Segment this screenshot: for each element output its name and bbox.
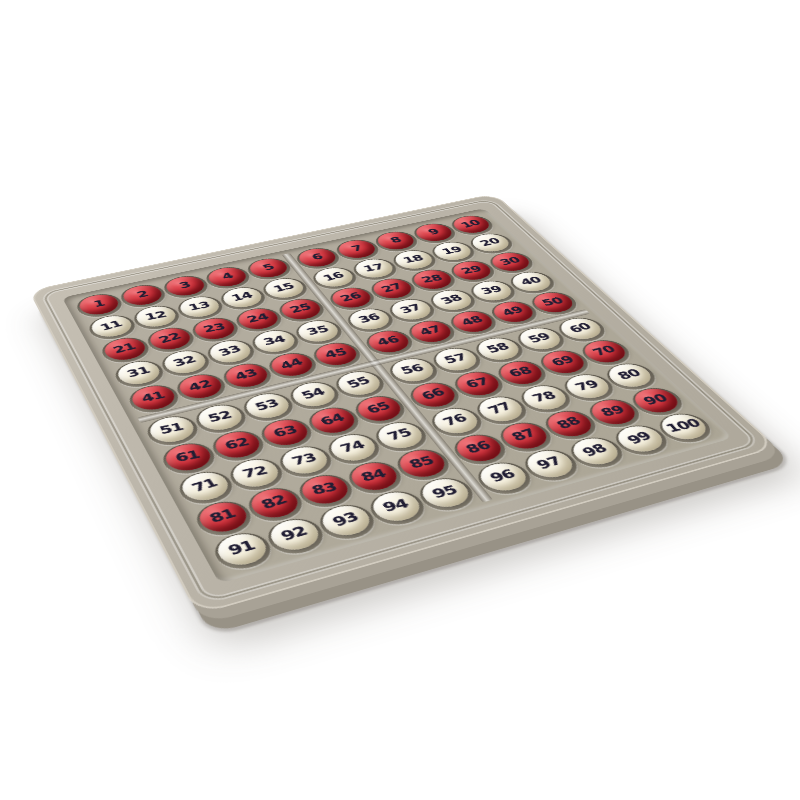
- ball-number: 35: [305, 324, 330, 336]
- ball-number: 48: [459, 315, 485, 327]
- ball-number: 45: [323, 347, 349, 359]
- ball-number: 71: [190, 477, 220, 494]
- ball-number: 43: [233, 368, 260, 382]
- ball-number: 57: [442, 352, 469, 365]
- ball-number: 92: [278, 524, 309, 542]
- ball-number: 6: [310, 252, 324, 261]
- bingo-board-tray: 1234567891011121314151617181920212223242…: [29, 193, 778, 615]
- ball-number: 53: [253, 398, 281, 412]
- ball-number: 12: [143, 310, 167, 322]
- ball-number: 62: [223, 436, 251, 451]
- ball-number: 83: [310, 480, 339, 496]
- ball-number: 34: [261, 334, 286, 346]
- ball-number: 94: [381, 497, 411, 513]
- ball-number: 85: [407, 454, 436, 470]
- ball-number: 22: [157, 331, 183, 344]
- ball-number: 3: [177, 280, 192, 289]
- ball-number: 7: [349, 244, 363, 253]
- ball-number: 29: [459, 264, 483, 275]
- ball-number: 1: [92, 299, 105, 309]
- ball-number: 4: [219, 272, 234, 281]
- ball-number: 87: [509, 427, 538, 443]
- ball-number: 39: [479, 285, 504, 296]
- ball-number: 84: [359, 467, 388, 483]
- ball-number: 70: [590, 344, 617, 357]
- ball-number: 28: [420, 273, 444, 284]
- ball-number: 78: [530, 390, 558, 404]
- ball-number: 50: [540, 296, 565, 307]
- ball-number: 33: [216, 344, 243, 357]
- ball-number: 67: [463, 376, 490, 389]
- ball-number: 20: [478, 237, 502, 247]
- ball-number: 56: [399, 363, 425, 376]
- ball-number: 16: [321, 271, 346, 283]
- ball-number: 37: [398, 303, 424, 315]
- ball-number: 55: [345, 375, 373, 389]
- ball-number: 98: [579, 442, 609, 458]
- ball-number: 58: [484, 342, 511, 355]
- ball-number: 63: [271, 424, 299, 439]
- ball-number: 40: [518, 275, 543, 286]
- ball-number: 41: [139, 390, 166, 404]
- ball-number: 64: [318, 412, 346, 427]
- ball-number: 69: [549, 354, 576, 367]
- ball-number: 52: [206, 409, 233, 424]
- ball-number: 30: [498, 256, 522, 267]
- ball-number: 13: [187, 300, 211, 312]
- ball-number: 65: [364, 400, 392, 415]
- ball-number: 75: [385, 427, 414, 442]
- ball-number: 80: [615, 368, 643, 382]
- ball-number: 18: [401, 254, 425, 264]
- ball-number: 47: [417, 324, 443, 336]
- ball-number: 74: [338, 439, 367, 454]
- ball-number: 86: [463, 439, 492, 455]
- ball-number: 51: [158, 421, 185, 436]
- ball-number: 99: [624, 430, 654, 446]
- ball-number: 77: [485, 401, 514, 416]
- ball-number: 79: [573, 379, 601, 393]
- ball-number: 91: [226, 539, 257, 557]
- ball-number: 19: [440, 245, 464, 255]
- ball-number: 23: [202, 322, 227, 334]
- ball-number: 9: [426, 228, 441, 236]
- ball-number: 31: [125, 365, 151, 379]
- ball-number: 59: [526, 331, 553, 344]
- ball-number: 24: [245, 312, 270, 324]
- ball-number: 49: [499, 305, 525, 317]
- ball-number: 32: [171, 354, 197, 368]
- ball-number: 93: [330, 510, 361, 528]
- ball-number: 44: [278, 357, 305, 371]
- ball-number: 73: [290, 451, 318, 466]
- ball-number: 97: [534, 455, 564, 471]
- ball-number: 60: [567, 321, 594, 334]
- ball-number: 5: [260, 263, 275, 272]
- ball-number: 68: [506, 365, 533, 378]
- ball-number: 82: [259, 493, 289, 511]
- ball-number: 8: [388, 236, 403, 244]
- ball-number: 100: [663, 417, 702, 434]
- ball-number: 72: [241, 464, 269, 479]
- ball-number: 96: [487, 468, 517, 484]
- ball-number: 14: [230, 291, 255, 303]
- ball-number: 61: [174, 449, 201, 464]
- ball-number: 11: [98, 319, 124, 332]
- product-photo: 1234567891011121314151617181920212223242…: [0, 0, 800, 800]
- ball-number: 90: [641, 392, 670, 406]
- ball-number: 81: [207, 507, 237, 525]
- ball-number: 38: [438, 293, 464, 305]
- ball-number: 42: [186, 378, 213, 392]
- ball-field: 1234567891011121314151617181920212223242…: [62, 208, 733, 583]
- ball-number: 2: [135, 290, 149, 299]
- ball-number: 21: [111, 341, 137, 354]
- ball-number: 17: [362, 262, 386, 272]
- ball-number: 46: [375, 334, 401, 346]
- ball-number: 88: [554, 415, 583, 430]
- ball-number: 15: [271, 282, 296, 294]
- ball-number: 89: [598, 404, 627, 418]
- ball-number: 26: [338, 291, 363, 303]
- ball-number: 95: [429, 484, 459, 500]
- ball-number: 54: [299, 386, 327, 400]
- ball-number: 36: [356, 312, 382, 324]
- ball-number: 27: [379, 282, 404, 294]
- ball-number: 10: [459, 219, 483, 229]
- ball-number: 66: [419, 387, 447, 402]
- ball-number: 25: [288, 302, 313, 314]
- ball-number: 76: [440, 412, 469, 427]
